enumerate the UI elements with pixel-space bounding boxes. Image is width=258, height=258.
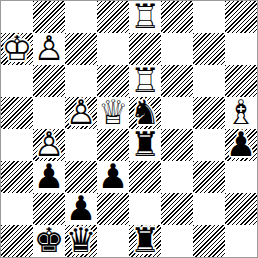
square-f2[interactable] bbox=[161, 193, 193, 225]
square-c7[interactable] bbox=[65, 33, 97, 65]
square-h2[interactable] bbox=[225, 193, 257, 225]
piece-black-pawn: ♟ bbox=[33, 161, 65, 193]
square-h1[interactable] bbox=[225, 225, 257, 257]
square-b4[interactable]: ♟♙ bbox=[33, 129, 65, 161]
black-queen-glyph: ♛ bbox=[66, 223, 96, 257]
square-g4[interactable] bbox=[193, 129, 225, 161]
white-bishop-outline: ♗ bbox=[226, 95, 256, 129]
chess-board: ♜♖♚♔♟♙♜♖♟♙♛♕♞♝♗♟♙♜♟♟♟♟♚♛♜ bbox=[0, 0, 258, 258]
square-h6[interactable] bbox=[225, 65, 257, 97]
square-e8[interactable]: ♜♖ bbox=[129, 1, 161, 33]
square-a8[interactable] bbox=[1, 1, 33, 33]
white-queen-fill: ♛ bbox=[98, 95, 128, 129]
square-h8[interactable] bbox=[225, 1, 257, 33]
white-king-fill: ♚ bbox=[2, 31, 32, 65]
square-d1[interactable] bbox=[97, 225, 129, 257]
square-f4[interactable] bbox=[161, 129, 193, 161]
square-a6[interactable] bbox=[1, 65, 33, 97]
square-f6[interactable] bbox=[161, 65, 193, 97]
square-a2[interactable] bbox=[1, 193, 33, 225]
square-c2[interactable]: ♟ bbox=[65, 193, 97, 225]
square-e3[interactable] bbox=[129, 161, 161, 193]
square-d2[interactable] bbox=[97, 193, 129, 225]
square-g2[interactable] bbox=[193, 193, 225, 225]
square-e2[interactable] bbox=[129, 193, 161, 225]
white-pawn-outline: ♙ bbox=[34, 31, 64, 65]
square-f8[interactable] bbox=[161, 1, 193, 33]
black-pawn-glyph: ♟ bbox=[98, 159, 128, 193]
square-c8[interactable] bbox=[65, 1, 97, 33]
square-g1[interactable] bbox=[193, 225, 225, 257]
square-d4[interactable] bbox=[97, 129, 129, 161]
square-e1[interactable]: ♜ bbox=[129, 225, 161, 257]
square-d3[interactable]: ♟ bbox=[97, 161, 129, 193]
white-rook-outline: ♖ bbox=[130, 63, 160, 97]
square-c6[interactable] bbox=[65, 65, 97, 97]
white-bishop-fill: ♝ bbox=[226, 95, 256, 129]
square-a5[interactable] bbox=[1, 97, 33, 129]
white-pawn-outline: ♙ bbox=[66, 95, 96, 129]
square-h5[interactable]: ♝♗ bbox=[225, 97, 257, 129]
square-b7[interactable]: ♟♙ bbox=[33, 33, 65, 65]
white-pawn-fill: ♟ bbox=[34, 31, 64, 65]
piece-white-pawn: ♟♙ bbox=[33, 33, 65, 65]
square-h7[interactable] bbox=[225, 33, 257, 65]
piece-black-queen: ♛ bbox=[65, 225, 97, 257]
black-pawn-glyph: ♟ bbox=[226, 127, 256, 161]
black-king-glyph: ♚ bbox=[34, 223, 64, 257]
piece-black-knight: ♞ bbox=[129, 97, 161, 129]
black-rook-glyph: ♜ bbox=[130, 223, 160, 257]
black-knight-glyph: ♞ bbox=[130, 95, 160, 129]
piece-white-pawn: ♟♙ bbox=[33, 129, 65, 161]
square-h3[interactable] bbox=[225, 161, 257, 193]
piece-white-queen: ♛♕ bbox=[97, 97, 129, 129]
white-pawn-fill: ♟ bbox=[34, 127, 64, 161]
piece-black-pawn: ♟ bbox=[97, 161, 129, 193]
white-pawn-fill: ♟ bbox=[66, 95, 96, 129]
square-g5[interactable] bbox=[193, 97, 225, 129]
square-c3[interactable] bbox=[65, 161, 97, 193]
piece-white-rook: ♜♖ bbox=[129, 1, 161, 33]
square-c1[interactable]: ♛ bbox=[65, 225, 97, 257]
square-d8[interactable] bbox=[97, 1, 129, 33]
white-rook-outline: ♖ bbox=[130, 0, 160, 33]
square-b3[interactable]: ♟ bbox=[33, 161, 65, 193]
white-rook-fill: ♜ bbox=[130, 0, 160, 33]
square-f5[interactable] bbox=[161, 97, 193, 129]
square-g3[interactable] bbox=[193, 161, 225, 193]
white-king-outline: ♔ bbox=[2, 31, 32, 65]
square-f3[interactable] bbox=[161, 161, 193, 193]
board-grid: ♜♖♚♔♟♙♜♖♟♙♛♕♞♝♗♟♙♜♟♟♟♟♚♛♜ bbox=[1, 1, 257, 257]
square-a3[interactable] bbox=[1, 161, 33, 193]
square-b5[interactable] bbox=[33, 97, 65, 129]
square-b2[interactable] bbox=[33, 193, 65, 225]
square-c5[interactable]: ♟♙ bbox=[65, 97, 97, 129]
square-d7[interactable] bbox=[97, 33, 129, 65]
piece-black-king: ♚ bbox=[33, 225, 65, 257]
square-f1[interactable] bbox=[161, 225, 193, 257]
piece-white-bishop: ♝♗ bbox=[225, 97, 257, 129]
square-g8[interactable] bbox=[193, 1, 225, 33]
square-a4[interactable] bbox=[1, 129, 33, 161]
square-d5[interactable]: ♛♕ bbox=[97, 97, 129, 129]
square-e4[interactable]: ♜ bbox=[129, 129, 161, 161]
square-g7[interactable] bbox=[193, 33, 225, 65]
square-b6[interactable] bbox=[33, 65, 65, 97]
black-pawn-glyph: ♟ bbox=[34, 159, 64, 193]
piece-black-pawn: ♟ bbox=[65, 193, 97, 225]
square-e6[interactable]: ♜♖ bbox=[129, 65, 161, 97]
black-pawn-glyph: ♟ bbox=[66, 191, 96, 225]
square-a1[interactable] bbox=[1, 225, 33, 257]
square-a7[interactable]: ♚♔ bbox=[1, 33, 33, 65]
piece-black-rook: ♜ bbox=[129, 129, 161, 161]
square-g6[interactable] bbox=[193, 65, 225, 97]
piece-white-rook: ♜♖ bbox=[129, 65, 161, 97]
piece-black-pawn: ♟ bbox=[225, 129, 257, 161]
white-pawn-outline: ♙ bbox=[34, 127, 64, 161]
square-e5[interactable]: ♞ bbox=[129, 97, 161, 129]
white-queen-outline: ♕ bbox=[98, 95, 128, 129]
square-h4[interactable]: ♟ bbox=[225, 129, 257, 161]
square-e7[interactable] bbox=[129, 33, 161, 65]
piece-white-king: ♚♔ bbox=[1, 33, 33, 65]
piece-white-pawn: ♟♙ bbox=[65, 97, 97, 129]
piece-black-rook: ♜ bbox=[129, 225, 161, 257]
white-rook-fill: ♜ bbox=[130, 63, 160, 97]
square-c4[interactable] bbox=[65, 129, 97, 161]
square-b1[interactable]: ♚ bbox=[33, 225, 65, 257]
square-d6[interactable] bbox=[97, 65, 129, 97]
square-f7[interactable] bbox=[161, 33, 193, 65]
square-b8[interactable] bbox=[33, 1, 65, 33]
black-rook-glyph: ♜ bbox=[130, 127, 160, 161]
